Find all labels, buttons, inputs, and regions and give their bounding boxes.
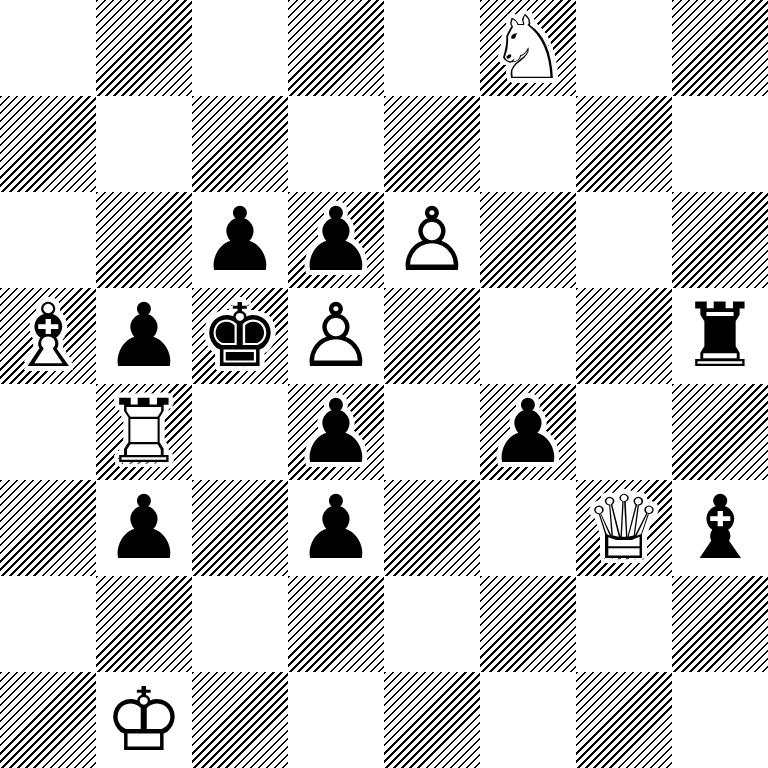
black-pawn-icon: ♟ [96, 288, 192, 384]
square-b4[interactable]: ♜♖ [96, 384, 192, 480]
square-d4[interactable]: ♟♟ [288, 384, 384, 480]
square-h3[interactable]: ♝♝ [672, 480, 768, 576]
square-g4[interactable] [576, 384, 672, 480]
square-g5[interactable] [576, 288, 672, 384]
square-d2[interactable] [288, 576, 384, 672]
square-g2[interactable] [576, 576, 672, 672]
square-b7[interactable] [96, 96, 192, 192]
white-queen-icon: ♕ [576, 480, 672, 576]
square-c3[interactable] [192, 480, 288, 576]
black-pawn-icon: ♟ [288, 480, 384, 576]
square-e3[interactable] [384, 480, 480, 576]
square-g7[interactable] [576, 96, 672, 192]
square-d5[interactable]: ♟♙ [288, 288, 384, 384]
chess-board: ♞♘♟♟♟♟♟♙♝♗♟♟♚♚♟♙♜♜♜♖♟♟♟♟♟♟♟♟♛♕♝♝♚♔ [0, 0, 768, 768]
square-h1[interactable] [672, 672, 768, 768]
white-pawn-icon: ♙ [384, 192, 480, 288]
square-h5[interactable]: ♜♜ [672, 288, 768, 384]
square-f8[interactable]: ♞♘ [480, 0, 576, 96]
square-f5[interactable] [480, 288, 576, 384]
square-c6[interactable]: ♟♟ [192, 192, 288, 288]
square-f3[interactable] [480, 480, 576, 576]
square-g6[interactable] [576, 192, 672, 288]
square-e4[interactable] [384, 384, 480, 480]
square-f4[interactable]: ♟♟ [480, 384, 576, 480]
square-c2[interactable] [192, 576, 288, 672]
black-king-icon: ♚ [192, 288, 288, 384]
white-knight-icon: ♘ [480, 0, 576, 96]
square-d8[interactable] [288, 0, 384, 96]
square-a3[interactable] [0, 480, 96, 576]
square-e6[interactable]: ♟♙ [384, 192, 480, 288]
square-f6[interactable] [480, 192, 576, 288]
square-h4[interactable] [672, 384, 768, 480]
square-c1[interactable] [192, 672, 288, 768]
square-g8[interactable] [576, 0, 672, 96]
square-a5[interactable]: ♝♗ [0, 288, 96, 384]
square-e8[interactable] [384, 0, 480, 96]
square-c4[interactable] [192, 384, 288, 480]
square-b2[interactable] [96, 576, 192, 672]
black-bishop-icon: ♝ [672, 480, 768, 576]
square-c8[interactable] [192, 0, 288, 96]
square-f2[interactable] [480, 576, 576, 672]
square-b1[interactable]: ♚♔ [96, 672, 192, 768]
square-e2[interactable] [384, 576, 480, 672]
square-b3[interactable]: ♟♟ [96, 480, 192, 576]
square-f1[interactable] [480, 672, 576, 768]
square-e1[interactable] [384, 672, 480, 768]
black-rook-icon: ♜ [672, 288, 768, 384]
square-a8[interactable] [0, 0, 96, 96]
square-h2[interactable] [672, 576, 768, 672]
square-h6[interactable] [672, 192, 768, 288]
square-c5[interactable]: ♚♚ [192, 288, 288, 384]
black-pawn-icon: ♟ [96, 480, 192, 576]
square-a6[interactable] [0, 192, 96, 288]
square-h7[interactable] [672, 96, 768, 192]
white-pawn-icon: ♙ [288, 288, 384, 384]
square-f7[interactable] [480, 96, 576, 192]
black-pawn-icon: ♟ [288, 384, 384, 480]
square-b8[interactable] [96, 0, 192, 96]
square-g3[interactable]: ♛♕ [576, 480, 672, 576]
square-d7[interactable] [288, 96, 384, 192]
square-e7[interactable] [384, 96, 480, 192]
square-a1[interactable] [0, 672, 96, 768]
square-d1[interactable] [288, 672, 384, 768]
square-d6[interactable]: ♟♟ [288, 192, 384, 288]
white-rook-icon: ♖ [96, 384, 192, 480]
square-a2[interactable] [0, 576, 96, 672]
black-pawn-icon: ♟ [480, 384, 576, 480]
square-g1[interactable] [576, 672, 672, 768]
square-a4[interactable] [0, 384, 96, 480]
square-b5[interactable]: ♟♟ [96, 288, 192, 384]
black-pawn-icon: ♟ [192, 192, 288, 288]
black-pawn-icon: ♟ [288, 192, 384, 288]
square-c7[interactable] [192, 96, 288, 192]
square-a7[interactable] [0, 96, 96, 192]
white-king-icon: ♔ [96, 672, 192, 768]
square-e5[interactable] [384, 288, 480, 384]
white-bishop-icon: ♗ [0, 288, 96, 384]
square-h8[interactable] [672, 0, 768, 96]
square-d3[interactable]: ♟♟ [288, 480, 384, 576]
square-b6[interactable] [96, 192, 192, 288]
